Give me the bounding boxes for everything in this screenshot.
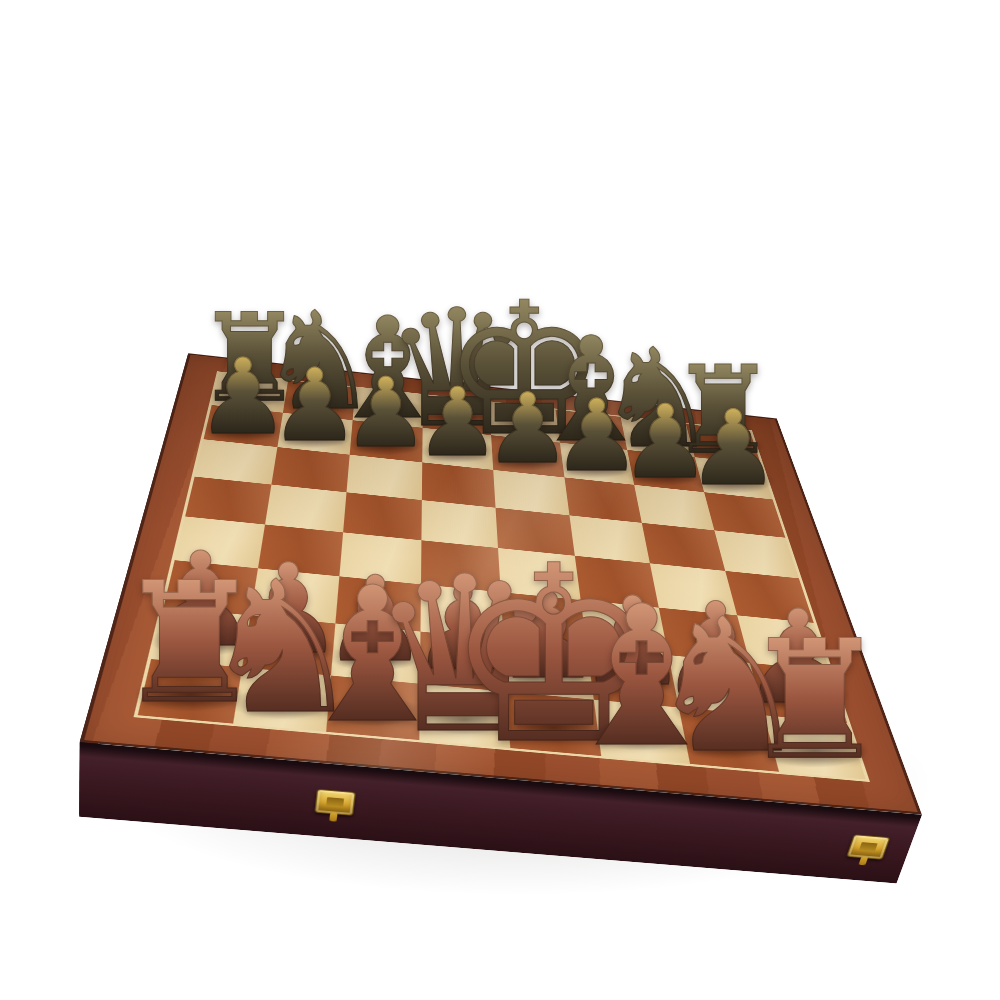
- square-b5[interactable]: [265, 484, 347, 532]
- square-a5[interactable]: [185, 476, 271, 524]
- product-photo-scene: ♜♞♝♛♚♝♞♜♟♟♟♟♟♟♟♟♟♟♟♟♟♟♟♟♜♞♝♛♚♝♞♜: [0, 0, 1000, 1000]
- brass-latch-right[interactable]: [846, 834, 890, 859]
- latch-pin: [329, 812, 337, 822]
- brass-latch-left[interactable]: [314, 789, 355, 816]
- latch-pin: [859, 856, 869, 865]
- piece-black-pawn[interactable]: ♟: [687, 398, 780, 501]
- piece-white-rook[interactable]: ♜: [741, 619, 888, 783]
